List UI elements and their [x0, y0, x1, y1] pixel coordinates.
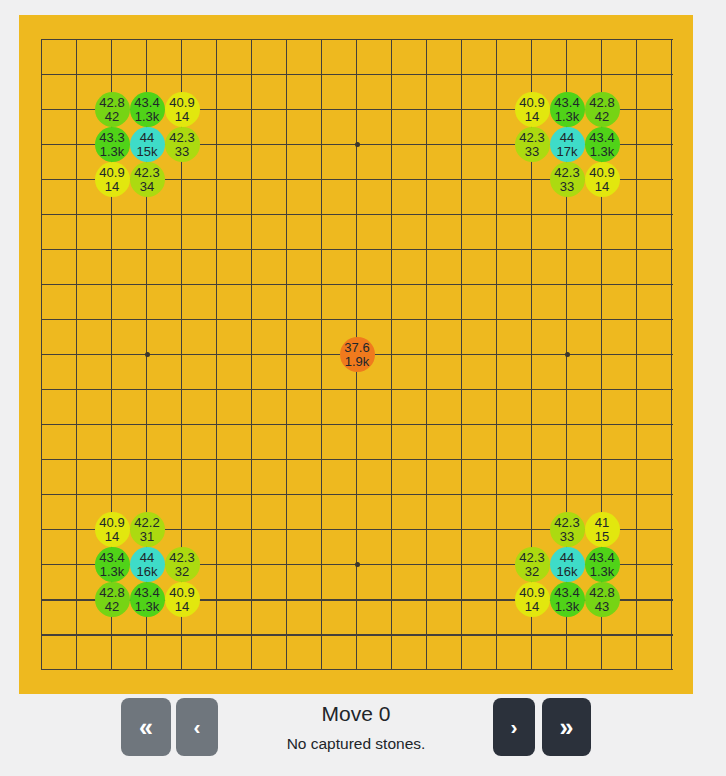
move-visits: 14 — [525, 110, 539, 124]
move-visits: 14 — [595, 180, 609, 194]
move-winrate: 42.8 — [99, 586, 124, 600]
move-winrate: 42.3 — [554, 166, 579, 180]
candidate-move[interactable]: 40.914 — [515, 582, 550, 617]
move-winrate: 43.4 — [554, 96, 579, 110]
candidate-move[interactable]: 37.61.9k — [340, 337, 375, 372]
move-visits: 17k — [557, 145, 578, 159]
candidate-move[interactable]: 4416k — [550, 547, 585, 582]
move-winrate: 40.9 — [519, 586, 544, 600]
captures-status: No captured stones. — [256, 734, 456, 754]
move-visits: 14 — [525, 600, 539, 614]
move-visits: 1.3k — [590, 565, 615, 579]
move-winrate: 40.9 — [519, 96, 544, 110]
move-visits: 33 — [560, 530, 574, 544]
star-point — [565, 352, 570, 357]
candidate-move[interactable]: 42.842 — [95, 92, 130, 127]
move-visits: 43 — [595, 600, 609, 614]
star-point — [145, 352, 150, 357]
move-visits: 1.3k — [135, 110, 160, 124]
candidate-move[interactable]: 40.914 — [585, 162, 620, 197]
move-winrate: 44 — [140, 131, 154, 145]
move-visits: 33 — [175, 145, 189, 159]
move-winrate: 42.8 — [99, 96, 124, 110]
move-visits: 15 — [595, 530, 609, 544]
candidate-move[interactable]: 42.333 — [550, 512, 585, 547]
candidate-move[interactable]: 40.914 — [95, 512, 130, 547]
move-winrate: 44 — [140, 551, 154, 565]
move-winrate: 37.6 — [344, 341, 369, 355]
move-visits: 1.9k — [345, 355, 370, 369]
candidate-move[interactable]: 42.333 — [550, 162, 585, 197]
candidate-move[interactable]: 43.41.3k — [130, 582, 165, 617]
move-winrate: 42.8 — [589, 586, 614, 600]
move-visits: 14 — [105, 180, 119, 194]
candidate-move[interactable]: 40.914 — [515, 92, 550, 127]
candidate-move[interactable]: 4416k — [130, 547, 165, 582]
move-winrate: 40.9 — [99, 166, 124, 180]
move-winrate: 43.4 — [134, 586, 159, 600]
move-visits: 33 — [525, 145, 539, 159]
move-visits: 16k — [137, 565, 158, 579]
candidate-move[interactable]: 42.332 — [165, 547, 200, 582]
candidate-move[interactable]: 42.333 — [165, 127, 200, 162]
move-visits: 32 — [525, 565, 539, 579]
candidate-move[interactable]: 43.41.3k — [585, 127, 620, 162]
move-visits: 1.3k — [555, 600, 580, 614]
move-visits: 1.3k — [100, 565, 125, 579]
candidate-move[interactable]: 4417k — [550, 127, 585, 162]
move-visits: 1.3k — [135, 600, 160, 614]
candidate-move[interactable]: 4115 — [585, 512, 620, 547]
candidate-move[interactable]: 43.41.3k — [95, 547, 130, 582]
move-visits: 1.3k — [100, 145, 125, 159]
candidate-move[interactable]: 42.842 — [585, 92, 620, 127]
move-visits: 14 — [105, 530, 119, 544]
move-visits: 1.3k — [590, 145, 615, 159]
candidate-move[interactable]: 40.914 — [95, 162, 130, 197]
move-winrate: 41 — [595, 516, 609, 530]
move-winrate: 42.3 — [169, 131, 194, 145]
move-winrate: 43.4 — [589, 551, 614, 565]
last-move-button[interactable]: » — [542, 698, 591, 756]
candidate-move[interactable]: 43.31.3k — [95, 127, 130, 162]
move-winrate: 43.4 — [589, 131, 614, 145]
move-visits: 14 — [175, 110, 189, 124]
star-point — [355, 562, 360, 567]
go-board[interactable]: 42.84243.41.3k40.91443.31.3k4415k42.3334… — [19, 15, 693, 694]
candidate-move[interactable]: 40.914 — [165, 92, 200, 127]
move-winrate: 40.9 — [169, 586, 194, 600]
move-status: Move 0 No captured stones. — [256, 701, 456, 754]
move-winrate: 43.4 — [554, 586, 579, 600]
move-winrate: 40.9 — [99, 516, 124, 530]
move-winrate: 44 — [560, 131, 574, 145]
move-winrate: 42.3 — [554, 516, 579, 530]
move-winrate: 42.3 — [519, 131, 544, 145]
candidate-move[interactable]: 42.334 — [130, 162, 165, 197]
move-winrate: 43.4 — [99, 551, 124, 565]
move-winrate: 42.8 — [589, 96, 614, 110]
move-counter: Move 0 — [256, 701, 456, 727]
move-winrate: 40.9 — [589, 166, 614, 180]
move-visits: 31 — [140, 530, 154, 544]
move-visits: 33 — [560, 180, 574, 194]
move-winrate: 42.2 — [134, 516, 159, 530]
candidate-move[interactable]: 42.333 — [515, 127, 550, 162]
move-winrate: 43.4 — [134, 96, 159, 110]
candidate-move[interactable]: 42.332 — [515, 547, 550, 582]
candidate-move[interactable]: 43.41.3k — [585, 547, 620, 582]
first-move-button[interactable]: « — [121, 698, 171, 756]
move-winrate: 42.3 — [519, 551, 544, 565]
move-visits: 32 — [175, 565, 189, 579]
candidate-move[interactable]: 42.842 — [95, 582, 130, 617]
move-visits: 16k — [557, 565, 578, 579]
move-visits: 42 — [105, 600, 119, 614]
star-point — [355, 142, 360, 147]
candidate-move[interactable]: 42.231 — [130, 512, 165, 547]
candidate-move[interactable]: 43.41.3k — [550, 92, 585, 127]
move-visits: 1.3k — [555, 110, 580, 124]
move-winrate: 42.3 — [134, 166, 159, 180]
candidate-move[interactable]: 4415k — [130, 127, 165, 162]
candidate-move[interactable]: 40.914 — [165, 582, 200, 617]
move-visits: 42 — [105, 110, 119, 124]
move-winrate: 44 — [560, 551, 574, 565]
move-visits: 42 — [595, 110, 609, 124]
move-winrate: 43.3 — [99, 131, 124, 145]
candidate-move[interactable]: 42.843 — [585, 582, 620, 617]
candidate-move[interactable]: 43.41.3k — [550, 582, 585, 617]
move-winrate: 42.3 — [169, 551, 194, 565]
move-visits: 34 — [140, 180, 154, 194]
previous-move-button[interactable]: ‹ — [176, 698, 218, 756]
next-move-button[interactable]: › — [493, 698, 535, 756]
move-winrate: 40.9 — [169, 96, 194, 110]
candidate-move[interactable]: 43.41.3k — [130, 92, 165, 127]
move-visits: 14 — [175, 600, 189, 614]
move-visits: 15k — [137, 145, 158, 159]
